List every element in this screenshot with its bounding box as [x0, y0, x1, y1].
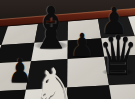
- chess-scene: ♝♟♟♛♟♞: [0, 0, 135, 99]
- piece-white-knight-e4[interactable]: ♞: [33, 60, 77, 99]
- square-d4[interactable]: [0, 90, 26, 99]
- piece-black-queen-g5[interactable]: ♛: [98, 29, 135, 83]
- piece-black-pawn-d5[interactable]: ♟: [8, 54, 32, 87]
- piece-black-bishop-e7[interactable]: ♝: [30, 0, 73, 57]
